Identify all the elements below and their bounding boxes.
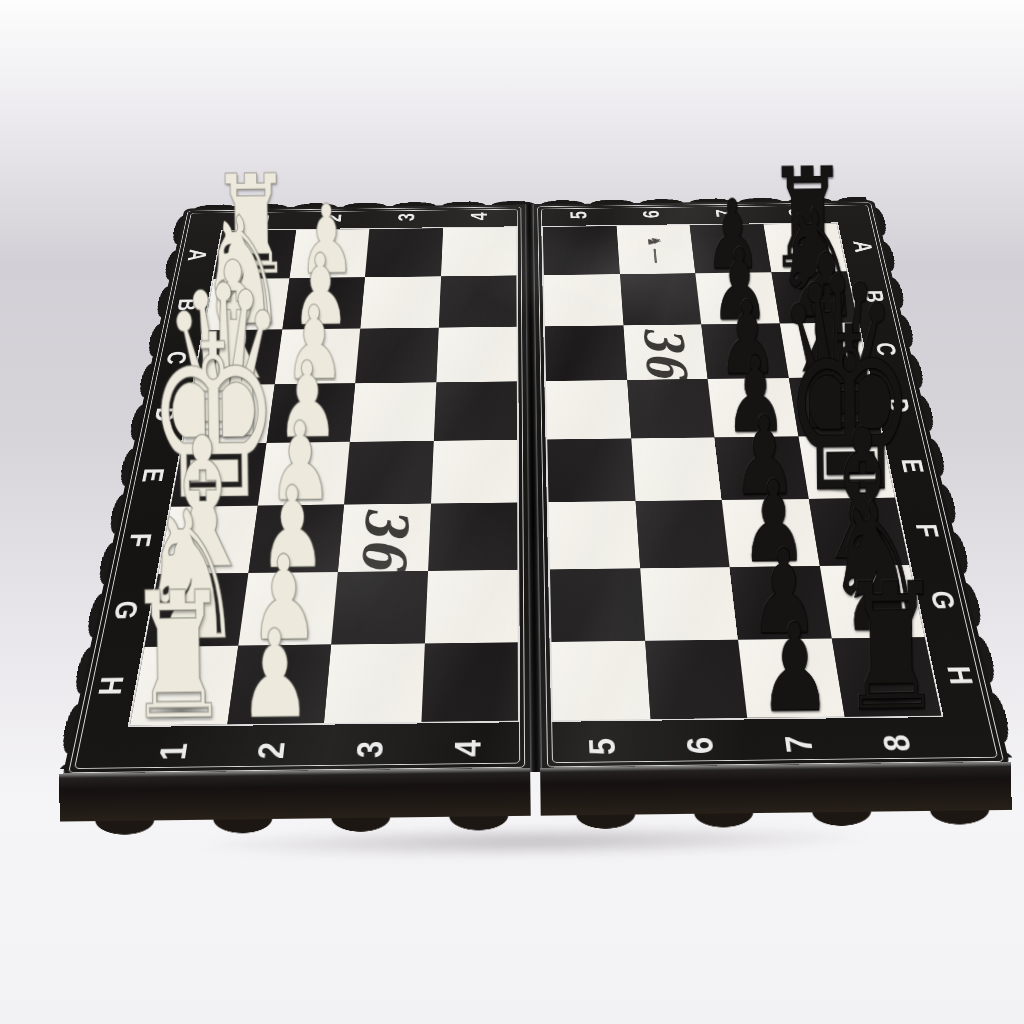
chessboard-scene: ♜♟♞♟♝♟♛♟♚♟♝♟36♞♟♜♟ 11223344ABCDEFGH ♞♟♜♟…	[62, 200, 1010, 777]
square-C4	[436, 327, 517, 383]
rank-label-8-bottom: 8	[874, 725, 922, 762]
square-C3	[355, 328, 438, 384]
case-base-right	[540, 762, 1012, 848]
size-label-36-left: 36	[348, 505, 422, 570]
white-rook-H1: ♜	[125, 589, 230, 722]
squares-grid-left: ♜♟♞♟♝♟♛♟♚♟♝♟36♞♟♜♟	[130, 227, 518, 725]
square-H5	[551, 641, 650, 720]
square-H7: ♟	[738, 638, 844, 717]
square-G6	[640, 567, 738, 641]
brand-emblem: ♞	[645, 236, 665, 263]
square-B5	[544, 274, 623, 326]
black-rook-H8: ♜	[839, 581, 944, 714]
square-H2: ♟	[227, 645, 331, 725]
white-pawn-H2: ♟	[239, 629, 312, 721]
square-B3	[360, 276, 440, 328]
square-F6	[635, 500, 729, 568]
square-F4	[428, 502, 518, 570]
photo-stage: ♜♟♞♟♝♟♛♟♚♟♝♟36♞♟♜♟ 11223344ABCDEFGH ♞♟♜♟…	[0, 0, 1024, 1024]
black-pawn-H7: ♟	[758, 622, 831, 714]
rank-label-2-bottom: 2	[249, 732, 295, 769]
square-B6	[620, 273, 702, 325]
square-D3	[350, 382, 436, 442]
rank-label-3-top: 3	[393, 207, 421, 227]
square-A5	[543, 226, 620, 275]
board-right-half: ♞♟♜♟♞36♟♝♟♛♟♚♟♝♟♞♟♜ 55667788ABCDEFGH	[534, 200, 1011, 772]
rank-label-5-bottom: 5	[581, 728, 624, 765]
square-G5	[550, 568, 645, 642]
square-H6	[645, 640, 747, 719]
rank-label-6-top: 6	[638, 204, 666, 224]
square-E6	[631, 437, 722, 501]
rank-label-7-bottom: 7	[776, 726, 823, 763]
square-A6: ♞	[616, 225, 695, 274]
square-C6: 36	[623, 324, 708, 380]
rank-label-4-top: 4	[466, 206, 493, 226]
square-A4	[441, 227, 517, 276]
rank-label-6-bottom: 6	[679, 727, 724, 764]
case-base-left	[59, 768, 531, 854]
square-A3	[365, 228, 443, 277]
square-G4	[424, 570, 517, 644]
square-H3	[324, 643, 425, 723]
square-H4	[421, 642, 518, 722]
size-label-36-right: 36	[632, 326, 699, 379]
square-D5	[546, 380, 631, 439]
square-B4	[438, 275, 516, 327]
square-F5	[549, 501, 640, 569]
square-H1: ♜	[130, 646, 238, 726]
square-C5	[545, 325, 627, 381]
board-left-half: ♜♟♞♟♝♟♛♟♚♟♝♟36♞♟♜♟ 11223344ABCDEFGH	[62, 204, 530, 777]
rank-label-5-top: 5	[565, 205, 592, 225]
square-E3	[344, 441, 433, 505]
rank-label-4-bottom: 4	[448, 730, 490, 767]
file-label-H-right: H	[937, 658, 982, 692]
square-G3	[331, 571, 428, 645]
rank-label-1-bottom: 1	[150, 733, 197, 770]
square-F3: 36	[338, 504, 431, 572]
square-E5	[547, 438, 635, 502]
square-D4	[433, 381, 517, 440]
case-base-side	[59, 762, 1012, 854]
square-D6	[627, 379, 715, 438]
squares-grid-right: ♞♟♜♟♞36♟♝♟♛♟♚♟♝♟♞♟♜	[543, 223, 941, 720]
square-H8: ♜	[831, 637, 941, 716]
square-E4	[431, 440, 518, 504]
board-case: ♜♟♞♟♝♟♛♟♚♟♝♟36♞♟♜♟ 11223344ABCDEFGH ♞♟♜♟…	[62, 200, 1010, 777]
brand-emblem-text-line	[654, 248, 658, 262]
knight-emblem-icon: ♞	[645, 236, 664, 246]
rank-label-3-bottom: 3	[348, 731, 392, 768]
